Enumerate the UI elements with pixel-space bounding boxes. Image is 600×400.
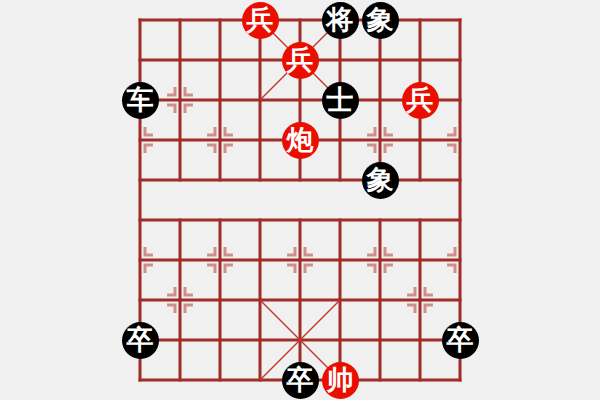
red-cannon[interactable]: 炮 — [282, 122, 319, 159]
black-elephant[interactable]: 象 — [362, 2, 399, 39]
black-chariot[interactable]: 车 — [122, 82, 159, 119]
black-elephant[interactable]: 象 — [362, 162, 399, 199]
black-general[interactable]: 将 — [322, 2, 359, 39]
black-soldier[interactable]: 卒 — [282, 362, 319, 399]
xiangqi-diagram: 兵将象兵车士兵炮象卒卒卒帅 — [0, 0, 600, 400]
black-soldier[interactable]: 卒 — [122, 322, 159, 359]
black-soldier[interactable]: 卒 — [442, 322, 479, 359]
red-general[interactable]: 帅 — [322, 362, 359, 399]
black-advisor[interactable]: 士 — [322, 82, 359, 119]
red-soldier[interactable]: 兵 — [402, 82, 439, 119]
pieces-layer: 兵将象兵车士兵炮象卒卒卒帅 — [120, 0, 480, 400]
red-soldier[interactable]: 兵 — [242, 2, 279, 39]
red-soldier[interactable]: 兵 — [282, 42, 319, 79]
